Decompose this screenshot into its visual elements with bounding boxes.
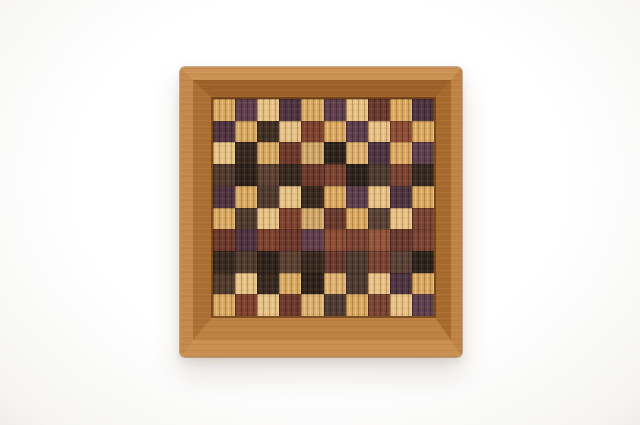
board-square: [324, 99, 346, 121]
board-square: [235, 294, 257, 316]
board-square: [346, 273, 368, 295]
board-square: [257, 208, 279, 230]
board-square: [368, 164, 390, 186]
board-square: [324, 294, 346, 316]
board-square: [279, 294, 301, 316]
board-square: [390, 294, 412, 316]
board-square: [279, 229, 301, 251]
board-square: [235, 99, 257, 121]
board-square: [235, 186, 257, 208]
board-square: [301, 294, 323, 316]
board-square: [412, 99, 434, 121]
board-square: [324, 164, 346, 186]
board-square: [390, 142, 412, 164]
board-square: [390, 251, 412, 273]
board-square: [213, 251, 235, 273]
board-square: [412, 186, 434, 208]
board-square: [301, 273, 323, 295]
board-square: [279, 99, 301, 121]
board-square: [412, 229, 434, 251]
board-square: [213, 273, 235, 295]
board-square: [390, 99, 412, 121]
board-square: [301, 186, 323, 208]
board-square: [324, 142, 346, 164]
board-square: [301, 142, 323, 164]
board-square: [346, 164, 368, 186]
board-square: [235, 142, 257, 164]
board-square: [368, 121, 390, 143]
board-square: [301, 251, 323, 273]
board-square: [412, 208, 434, 230]
board-square: [346, 229, 368, 251]
board-square: [301, 121, 323, 143]
board-square: [213, 99, 235, 121]
board-square: [390, 186, 412, 208]
board-square: [279, 186, 301, 208]
board-square: [257, 142, 279, 164]
board-square: [368, 99, 390, 121]
board-square: [412, 164, 434, 186]
board-square: [235, 273, 257, 295]
board-square: [346, 208, 368, 230]
board-square: [412, 121, 434, 143]
board-square: [346, 121, 368, 143]
board-square: [257, 251, 279, 273]
board-square: [257, 99, 279, 121]
board-square: [390, 164, 412, 186]
board-square: [368, 273, 390, 295]
board-square: [324, 273, 346, 295]
board-square: [279, 121, 301, 143]
board-square: [213, 142, 235, 164]
board-square: [346, 99, 368, 121]
board-square: [279, 164, 301, 186]
board-square: [346, 294, 368, 316]
board-square: [412, 142, 434, 164]
board-square: [213, 186, 235, 208]
board-square: [346, 186, 368, 208]
photo-background: [0, 0, 640, 425]
board-square: [368, 229, 390, 251]
board-square: [390, 121, 412, 143]
board-square: [368, 142, 390, 164]
board-square: [235, 229, 257, 251]
board-square: [301, 229, 323, 251]
board-square: [257, 186, 279, 208]
board-square: [368, 186, 390, 208]
tray-outer-rim: [180, 67, 462, 357]
board-square: [213, 229, 235, 251]
board-square: [368, 251, 390, 273]
board-square: [213, 294, 235, 316]
board-square: [257, 294, 279, 316]
board-square: [279, 251, 301, 273]
board-square: [301, 208, 323, 230]
board-square: [390, 229, 412, 251]
board-square: [257, 164, 279, 186]
board-square: [412, 251, 434, 273]
board-square: [257, 273, 279, 295]
tray-inner-bevel: [193, 80, 451, 340]
board-square: [324, 208, 346, 230]
board-square: [412, 294, 434, 316]
board-square: [279, 208, 301, 230]
checkerboard: [213, 99, 434, 316]
wooden-tray: [180, 67, 462, 357]
board-square: [390, 208, 412, 230]
board-square: [235, 251, 257, 273]
board-square: [235, 208, 257, 230]
board-square: [213, 121, 235, 143]
board-square: [235, 164, 257, 186]
board-square: [324, 186, 346, 208]
board-square: [213, 164, 235, 186]
board-square: [390, 273, 412, 295]
board-square: [324, 121, 346, 143]
board-square: [324, 251, 346, 273]
board-square: [235, 121, 257, 143]
board-square: [213, 208, 235, 230]
board-square: [279, 273, 301, 295]
board-square: [368, 294, 390, 316]
board-square: [301, 164, 323, 186]
board-square: [257, 229, 279, 251]
board-square: [301, 99, 323, 121]
board-square: [368, 208, 390, 230]
board-square: [346, 251, 368, 273]
board-square: [346, 142, 368, 164]
board-square: [412, 273, 434, 295]
board-square: [324, 229, 346, 251]
board-square: [279, 142, 301, 164]
board-square: [257, 121, 279, 143]
